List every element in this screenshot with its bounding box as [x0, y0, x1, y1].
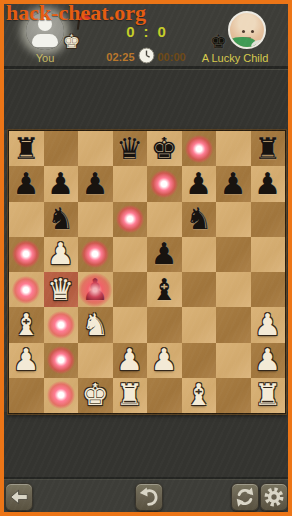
square-a5[interactable]: [9, 237, 44, 272]
square-a8[interactable]: ♜: [9, 131, 44, 166]
square-g5[interactable]: [216, 237, 251, 272]
black-pawn-h7[interactable]: ♟: [251, 166, 286, 201]
square-e4[interactable]: ♝: [147, 272, 182, 307]
white-pawn-e2[interactable]: ♟: [147, 343, 182, 378]
white-pawn-h3[interactable]: ♟: [251, 307, 286, 342]
move-dot-b3[interactable]: [47, 311, 75, 339]
white-pawn-d2[interactable]: ♟: [113, 343, 148, 378]
square-c5[interactable]: [78, 237, 113, 272]
square-a2[interactable]: ♟: [9, 343, 44, 378]
square-d6[interactable]: [113, 202, 148, 237]
square-a3[interactable]: ♝: [9, 307, 44, 342]
square-g8[interactable]: [216, 131, 251, 166]
square-b1[interactable]: [44, 378, 79, 413]
black-knight-b6[interactable]: ♞: [44, 202, 79, 237]
undo-arrow-icon: [138, 486, 160, 508]
square-c2[interactable]: [78, 343, 113, 378]
white-queen-b4[interactable]: ♛: [44, 272, 79, 307]
chess-board[interactable]: ♜♛♚♜♟♟♟♟♟♟♞♞♟♟♛♟♝♝♞♟♟♟♟♟♚♜♝♜: [8, 130, 286, 414]
chess-app-window: You ♚ 0 : 0 02:25 00:00 ♚ A Lucky Child …: [0, 0, 292, 516]
square-a6[interactable]: [9, 202, 44, 237]
square-c8[interactable]: [78, 131, 113, 166]
square-f8[interactable]: [182, 131, 217, 166]
black-pawn-a7[interactable]: ♟: [9, 166, 44, 201]
square-b8[interactable]: [44, 131, 79, 166]
square-h4[interactable]: [251, 272, 286, 307]
white-pawn-a2[interactable]: ♟: [9, 343, 44, 378]
square-b2[interactable]: [44, 343, 79, 378]
player-avatar-opponent: [228, 11, 266, 49]
square-f5[interactable]: [182, 237, 217, 272]
square-e2[interactable]: ♟: [147, 343, 182, 378]
square-d2[interactable]: ♟: [113, 343, 148, 378]
black-knight-f6[interactable]: ♞: [182, 202, 217, 237]
move-dot-a5[interactable]: [12, 240, 40, 268]
square-c4[interactable]: ♟: [78, 272, 113, 307]
square-h1[interactable]: ♜: [251, 378, 286, 413]
white-knight-c3[interactable]: ♞: [78, 307, 113, 342]
square-f7[interactable]: ♟: [182, 166, 217, 201]
arrow-left-icon: [8, 486, 30, 508]
black-pawn-g7[interactable]: ♟: [216, 166, 251, 201]
clock-white: 02:25: [106, 51, 134, 63]
square-e8[interactable]: ♚: [147, 131, 182, 166]
square-d4[interactable]: [113, 272, 148, 307]
square-d5[interactable]: [113, 237, 148, 272]
white-king-c1[interactable]: ♚: [78, 378, 113, 413]
square-e5[interactable]: ♟: [147, 237, 182, 272]
square-d3[interactable]: [113, 307, 148, 342]
square-b3[interactable]: [44, 307, 79, 342]
square-d1[interactable]: ♜: [113, 378, 148, 413]
white-rook-h1[interactable]: ♜: [251, 378, 286, 413]
square-a4[interactable]: [9, 272, 44, 307]
move-dot-f8[interactable]: [185, 135, 213, 163]
square-b7[interactable]: ♟: [44, 166, 79, 201]
square-h3[interactable]: ♟: [251, 307, 286, 342]
player-name-opponent: A Lucky Child: [182, 52, 288, 64]
square-g2[interactable]: [216, 343, 251, 378]
square-e7[interactable]: [147, 166, 182, 201]
avatar-silhouette-body: [32, 34, 58, 47]
square-b4[interactable]: ♛: [44, 272, 79, 307]
square-g3[interactable]: [216, 307, 251, 342]
square-h8[interactable]: ♜: [251, 131, 286, 166]
square-b5[interactable]: ♟: [44, 237, 79, 272]
white-bishop-a3[interactable]: ♝: [9, 307, 44, 342]
move-dot-d6[interactable]: [116, 205, 144, 233]
back-button[interactable]: [5, 483, 33, 511]
gear-icon: [263, 486, 285, 508]
black-king-e8[interactable]: ♚: [147, 131, 182, 166]
move-dot-b2[interactable]: [47, 346, 75, 374]
square-h2[interactable]: ♟: [251, 343, 286, 378]
score-right: 0: [158, 23, 166, 40]
rotate-button[interactable]: [231, 483, 259, 511]
square-d8[interactable]: ♛: [113, 131, 148, 166]
lower-gap-panel: [4, 412, 288, 477]
move-dot-e7[interactable]: [150, 170, 178, 198]
black-pawn-c4[interactable]: ♟: [78, 272, 113, 307]
settings-button[interactable]: [260, 483, 288, 511]
square-b6[interactable]: ♞: [44, 202, 79, 237]
square-f3[interactable]: [182, 307, 217, 342]
square-f2[interactable]: [182, 343, 217, 378]
square-g4[interactable]: [216, 272, 251, 307]
black-rook-a8[interactable]: ♜: [9, 131, 44, 166]
white-pawn-b5[interactable]: ♟: [44, 237, 79, 272]
white-king-icon: ♚: [63, 32, 80, 51]
square-a7[interactable]: ♟: [9, 166, 44, 201]
player-name-you: You: [16, 52, 74, 64]
square-c7[interactable]: ♟: [78, 166, 113, 201]
clock-icon: [138, 47, 155, 66]
header-divider: [4, 66, 288, 70]
square-h5[interactable]: [251, 237, 286, 272]
black-king-icon: ♚: [210, 32, 227, 51]
white-rook-d1[interactable]: ♜: [113, 378, 148, 413]
square-f1[interactable]: ♝: [182, 378, 217, 413]
upper-gap-panel: [4, 69, 288, 130]
black-queen-d8[interactable]: ♛: [113, 131, 148, 166]
black-bishop-e4[interactable]: ♝: [147, 272, 182, 307]
square-h6[interactable]: [251, 202, 286, 237]
toolbar-divider: [4, 477, 288, 480]
square-g1[interactable]: [216, 378, 251, 413]
undo-button[interactable]: [135, 483, 163, 511]
white-bishop-f1[interactable]: ♝: [182, 378, 217, 413]
square-a1[interactable]: [9, 378, 44, 413]
black-rook-h8[interactable]: ♜: [251, 131, 286, 166]
white-pawn-h2[interactable]: ♟: [251, 343, 286, 378]
black-pawn-b7[interactable]: ♟: [44, 166, 79, 201]
square-g6[interactable]: [216, 202, 251, 237]
square-e3[interactable]: [147, 307, 182, 342]
black-pawn-c7[interactable]: ♟: [78, 166, 113, 201]
square-d7[interactable]: [113, 166, 148, 201]
black-pawn-e5[interactable]: ♟: [147, 237, 182, 272]
watermark-text: hack-cheat.org: [6, 0, 146, 26]
rotate-circle-icon: [234, 486, 256, 508]
square-f6[interactable]: ♞: [182, 202, 217, 237]
square-c6[interactable]: [78, 202, 113, 237]
square-h7[interactable]: ♟: [251, 166, 286, 201]
move-dot-a4[interactable]: [12, 276, 40, 304]
move-dot-c5[interactable]: [81, 240, 109, 268]
square-g7[interactable]: ♟: [216, 166, 251, 201]
square-c1[interactable]: ♚: [78, 378, 113, 413]
move-dot-b1[interactable]: [47, 381, 75, 409]
square-c3[interactable]: ♞: [78, 307, 113, 342]
square-f4[interactable]: [182, 272, 217, 307]
black-pawn-f7[interactable]: ♟: [182, 166, 217, 201]
square-e1[interactable]: [147, 378, 182, 413]
square-e6[interactable]: [147, 202, 182, 237]
